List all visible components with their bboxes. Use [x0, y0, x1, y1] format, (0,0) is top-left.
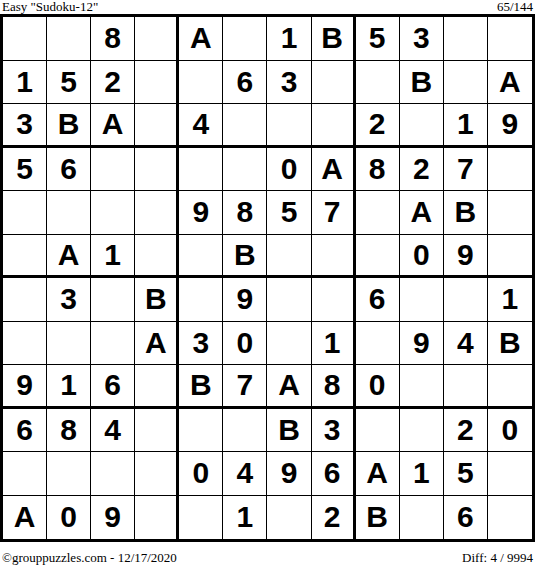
cell-r8c12[interactable]: B	[488, 322, 532, 366]
cell-r3c12[interactable]: 9	[488, 104, 532, 148]
cell-r10c11[interactable]: 2	[444, 409, 488, 453]
cell-r3c1[interactable]: 3	[3, 104, 47, 148]
header: Easy "Sudoku-12" 65/144	[0, 0, 535, 14]
cell-r3c2[interactable]: B	[47, 104, 91, 148]
cell-r9c8[interactable]: 8	[312, 365, 356, 409]
puzzle-title: Easy "Sudoku-12"	[2, 0, 98, 13]
cell-r10c3[interactable]: 4	[91, 409, 135, 453]
cell-r7c7[interactable]	[267, 278, 311, 322]
cell-r8c6[interactable]: 0	[223, 322, 267, 366]
cell-r4c5[interactable]	[179, 148, 223, 192]
cell-r4c7[interactable]: 0	[267, 148, 311, 192]
cell-r9c11[interactable]	[444, 365, 488, 409]
cell-r2c7[interactable]: 3	[267, 61, 311, 105]
cell-r2c12[interactable]: A	[488, 61, 532, 105]
cell-r9c1[interactable]: 9	[3, 365, 47, 409]
cell-r10c6[interactable]	[223, 409, 267, 453]
cell-r2c9[interactable]	[356, 61, 400, 105]
cell-r12c12[interactable]	[488, 496, 532, 540]
cell-r12c11[interactable]: 6	[444, 496, 488, 540]
cell-r8c10[interactable]: 9	[400, 322, 444, 366]
cell-r11c10[interactable]: 1	[400, 452, 444, 496]
cell-r1c12[interactable]	[488, 17, 532, 61]
cell-r3c7[interactable]	[267, 104, 311, 148]
cell-r2c1[interactable]: 1	[3, 61, 47, 105]
cell-r8c3[interactable]	[91, 322, 135, 366]
cell-r7c5[interactable]	[179, 278, 223, 322]
cell-r1c5[interactable]: A	[179, 17, 223, 61]
cell-r8c8[interactable]: 1	[312, 322, 356, 366]
cell-r5c5[interactable]: 9	[179, 191, 223, 235]
cell-r6c5[interactable]	[179, 235, 223, 279]
cell-r9c10[interactable]	[400, 365, 444, 409]
cell-r11c11[interactable]: 5	[444, 452, 488, 496]
cell-r11c7[interactable]: 9	[267, 452, 311, 496]
cell-r5c10[interactable]: A	[400, 191, 444, 235]
puzzle-counter: 65/144	[497, 0, 533, 13]
cell-r4c9[interactable]: 8	[356, 148, 400, 192]
cell-r12c9[interactable]: B	[356, 496, 400, 540]
cell-r7c8[interactable]	[312, 278, 356, 322]
cell-r9c12[interactable]	[488, 365, 532, 409]
cell-r4c2[interactable]: 6	[47, 148, 91, 192]
cell-r4c1[interactable]: 5	[3, 148, 47, 192]
cell-r2c11[interactable]	[444, 61, 488, 105]
cell-r9c3[interactable]: 6	[91, 365, 135, 409]
cell-r11c5[interactable]: 0	[179, 452, 223, 496]
cell-r2c6[interactable]: 6	[223, 61, 267, 105]
cell-r7c9[interactable]: 6	[356, 278, 400, 322]
cell-r1c6[interactable]	[223, 17, 267, 61]
cell-r7c6[interactable]: 9	[223, 278, 267, 322]
cell-r5c8[interactable]: 7	[312, 191, 356, 235]
cell-r4c6[interactable]	[223, 148, 267, 192]
cell-r7c3[interactable]	[91, 278, 135, 322]
cell-r7c1[interactable]	[3, 278, 47, 322]
cell-r10c8[interactable]: 3	[312, 409, 356, 453]
cell-r11c8[interactable]: 6	[312, 452, 356, 496]
cell-r4c3[interactable]	[91, 148, 135, 192]
cell-r12c4[interactable]	[135, 496, 179, 540]
cell-r6c11[interactable]: 9	[444, 235, 488, 279]
cell-r4c12[interactable]	[488, 148, 532, 192]
cell-r1c3[interactable]: 8	[91, 17, 135, 61]
cell-r1c1[interactable]	[3, 17, 47, 61]
cell-r6c3[interactable]: 1	[91, 235, 135, 279]
copyright-credit: ©grouppuzzles.com - 12/17/2020	[2, 551, 177, 565]
cell-r5c11[interactable]: B	[444, 191, 488, 235]
cell-r1c7[interactable]: 1	[267, 17, 311, 61]
cell-r12c10[interactable]	[400, 496, 444, 540]
cell-r7c10[interactable]	[400, 278, 444, 322]
cell-r4c11[interactable]: 7	[444, 148, 488, 192]
cell-r5c7[interactable]: 5	[267, 191, 311, 235]
cell-r2c2[interactable]: 5	[47, 61, 91, 105]
cell-r4c4[interactable]	[135, 148, 179, 192]
cell-r12c5[interactable]	[179, 496, 223, 540]
cell-r10c5[interactable]	[179, 409, 223, 453]
cell-r8c1[interactable]	[3, 322, 47, 366]
cell-r6c4[interactable]	[135, 235, 179, 279]
cell-r10c7[interactable]: B	[267, 409, 311, 453]
cell-r4c8[interactable]: A	[312, 148, 356, 192]
cell-r2c10[interactable]: B	[400, 61, 444, 105]
footer: ©grouppuzzles.com - 12/17/2020 Diff: 4 /…	[0, 542, 535, 565]
cell-r1c8[interactable]: B	[312, 17, 356, 61]
cell-r9c5[interactable]: B	[179, 365, 223, 409]
cell-r12c2[interactable]: 0	[47, 496, 91, 540]
cell-r5c1[interactable]	[3, 191, 47, 235]
cell-r11c6[interactable]: 4	[223, 452, 267, 496]
cell-r3c11[interactable]: 1	[444, 104, 488, 148]
cell-r10c4[interactable]	[135, 409, 179, 453]
cell-r11c4[interactable]	[135, 452, 179, 496]
cell-r8c7[interactable]	[267, 322, 311, 366]
cell-r12c3[interactable]: 9	[91, 496, 135, 540]
cell-r10c12[interactable]: 0	[488, 409, 532, 453]
cell-r6c10[interactable]: 0	[400, 235, 444, 279]
cell-r12c1[interactable]: A	[3, 496, 47, 540]
cell-r2c5[interactable]	[179, 61, 223, 105]
cell-r3c5[interactable]: 4	[179, 104, 223, 148]
cell-r5c2[interactable]	[47, 191, 91, 235]
cell-r9c7[interactable]: A	[267, 365, 311, 409]
cell-r11c12[interactable]	[488, 452, 532, 496]
cell-r7c12[interactable]: 1	[488, 278, 532, 322]
difficulty-label: Diff: 4 / 9994	[462, 551, 533, 565]
cell-r4c10[interactable]: 2	[400, 148, 444, 192]
cell-r6c2[interactable]: A	[47, 235, 91, 279]
cell-r7c11[interactable]	[444, 278, 488, 322]
cell-r11c2[interactable]	[47, 452, 91, 496]
cell-r8c5[interactable]: 3	[179, 322, 223, 366]
cell-r3c9[interactable]: 2	[356, 104, 400, 148]
cell-r6c8[interactable]	[312, 235, 356, 279]
cell-r7c2[interactable]: 3	[47, 278, 91, 322]
cell-r11c3[interactable]	[91, 452, 135, 496]
cell-r9c9[interactable]: 0	[356, 365, 400, 409]
cell-r11c9[interactable]: A	[356, 452, 400, 496]
cell-r1c9[interactable]: 5	[356, 17, 400, 61]
cell-r2c8[interactable]	[312, 61, 356, 105]
sudoku-board: 8A1B5315263BA3BA4219560A8279857ABA1B093B…	[0, 14, 535, 542]
cell-r12c7[interactable]	[267, 496, 311, 540]
cell-r1c2[interactable]	[47, 17, 91, 61]
cell-r1c4[interactable]	[135, 17, 179, 61]
cell-r2c4[interactable]	[135, 61, 179, 105]
cell-r8c11[interactable]: 4	[444, 322, 488, 366]
cell-r1c11[interactable]	[444, 17, 488, 61]
cell-r2c3[interactable]: 2	[91, 61, 135, 105]
puzzle-page: Easy "Sudoku-12" 65/144 8A1B5315263BA3BA…	[0, 0, 535, 569]
cell-r8c2[interactable]	[47, 322, 91, 366]
cell-r3c6[interactable]	[223, 104, 267, 148]
cell-r3c3[interactable]: A	[91, 104, 135, 148]
cell-r3c4[interactable]	[135, 104, 179, 148]
cell-r5c3[interactable]	[91, 191, 135, 235]
cell-r10c10[interactable]	[400, 409, 444, 453]
cell-r10c1[interactable]: 6	[3, 409, 47, 453]
cell-r9c4[interactable]	[135, 365, 179, 409]
cell-r9c6[interactable]: 7	[223, 365, 267, 409]
cell-r10c2[interactable]: 8	[47, 409, 91, 453]
cell-r3c10[interactable]	[400, 104, 444, 148]
cell-r6c9[interactable]	[356, 235, 400, 279]
cell-r6c1[interactable]	[3, 235, 47, 279]
cell-r5c4[interactable]	[135, 191, 179, 235]
cell-r8c9[interactable]	[356, 322, 400, 366]
cell-r6c6[interactable]: B	[223, 235, 267, 279]
cell-r8c4[interactable]: A	[135, 322, 179, 366]
cell-r11c1[interactable]	[3, 452, 47, 496]
cell-r12c8[interactable]: 2	[312, 496, 356, 540]
cell-r12c6[interactable]: 1	[223, 496, 267, 540]
cell-r3c8[interactable]	[312, 104, 356, 148]
cell-r7c4[interactable]: B	[135, 278, 179, 322]
cell-r5c12[interactable]	[488, 191, 532, 235]
cell-r1c10[interactable]: 3	[400, 17, 444, 61]
cell-r6c12[interactable]	[488, 235, 532, 279]
cell-r10c9[interactable]	[356, 409, 400, 453]
cell-r5c9[interactable]	[356, 191, 400, 235]
cell-r6c7[interactable]	[267, 235, 311, 279]
cell-r5c6[interactable]: 8	[223, 191, 267, 235]
cell-r9c2[interactable]: 1	[47, 365, 91, 409]
